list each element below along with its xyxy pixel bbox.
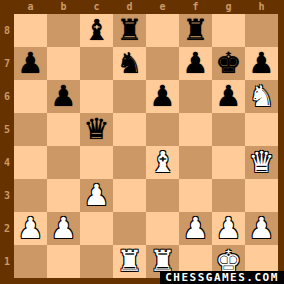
file-label-g: g <box>212 0 245 14</box>
square-h5[interactable] <box>245 113 278 146</box>
square-g2[interactable]: ♟ <box>212 212 245 245</box>
rank-label-2: 2 <box>0 212 14 245</box>
square-d5[interactable] <box>113 113 146 146</box>
square-h7[interactable]: ♟ <box>245 47 278 80</box>
square-f5[interactable] <box>179 113 212 146</box>
square-a4[interactable] <box>14 146 47 179</box>
file-label-c: c <box>80 0 113 14</box>
file-labels: abcdefgh <box>14 0 278 14</box>
black-rook-piece: ♜ <box>179 14 212 47</box>
chess-board: ♝♜♜♟♞♟♚♟♟♟♟♞♛♝♛♟♟♟♟♟♟♜♜♚ <box>14 14 278 278</box>
square-a8[interactable] <box>14 14 47 47</box>
square-c6[interactable] <box>80 80 113 113</box>
square-g6[interactable]: ♟ <box>212 80 245 113</box>
black-bishop-piece: ♝ <box>80 14 113 47</box>
square-d8[interactable]: ♜ <box>113 14 146 47</box>
file-label-a: a <box>14 0 47 14</box>
square-c4[interactable] <box>80 146 113 179</box>
square-d2[interactable] <box>113 212 146 245</box>
black-pawn-piece: ♟ <box>47 80 80 113</box>
black-pawn-piece: ♟ <box>14 47 47 80</box>
square-e6[interactable]: ♟ <box>146 80 179 113</box>
square-f4[interactable] <box>179 146 212 179</box>
square-b5[interactable] <box>47 113 80 146</box>
black-pawn-piece: ♟ <box>179 47 212 80</box>
square-h8[interactable] <box>245 14 278 47</box>
white-bishop-piece: ♝ <box>146 146 179 179</box>
black-pawn-piece: ♟ <box>146 80 179 113</box>
square-d4[interactable] <box>113 146 146 179</box>
square-b8[interactable] <box>47 14 80 47</box>
black-king-piece: ♚ <box>212 47 245 80</box>
square-b1[interactable] <box>47 245 80 278</box>
file-label-b: b <box>47 0 80 14</box>
square-g7[interactable]: ♚ <box>212 47 245 80</box>
rank-label-7: 7 <box>0 47 14 80</box>
square-b3[interactable] <box>47 179 80 212</box>
black-knight-piece: ♞ <box>113 47 146 80</box>
square-d7[interactable]: ♞ <box>113 47 146 80</box>
file-label-h: h <box>245 0 278 14</box>
square-a5[interactable] <box>14 113 47 146</box>
rank-labels: 87654321 <box>0 14 14 278</box>
square-d6[interactable] <box>113 80 146 113</box>
square-d1[interactable]: ♜ <box>113 245 146 278</box>
square-f8[interactable]: ♜ <box>179 14 212 47</box>
white-pawn-piece: ♟ <box>14 212 47 245</box>
square-f3[interactable] <box>179 179 212 212</box>
rank-label-3: 3 <box>0 179 14 212</box>
square-e8[interactable] <box>146 14 179 47</box>
white-queen-piece: ♛ <box>245 146 278 179</box>
white-rook-piece: ♜ <box>113 245 146 278</box>
square-c5[interactable]: ♛ <box>80 113 113 146</box>
square-c2[interactable] <box>80 212 113 245</box>
black-queen-piece: ♛ <box>80 113 113 146</box>
white-pawn-piece: ♟ <box>80 179 113 212</box>
white-pawn-piece: ♟ <box>212 212 245 245</box>
white-pawn-piece: ♟ <box>179 212 212 245</box>
rank-label-5: 5 <box>0 113 14 146</box>
square-a2[interactable]: ♟ <box>14 212 47 245</box>
file-label-d: d <box>113 0 146 14</box>
white-pawn-piece: ♟ <box>245 212 278 245</box>
square-a3[interactable] <box>14 179 47 212</box>
square-a6[interactable] <box>14 80 47 113</box>
square-e2[interactable] <box>146 212 179 245</box>
square-f6[interactable] <box>179 80 212 113</box>
square-b7[interactable] <box>47 47 80 80</box>
square-f2[interactable]: ♟ <box>179 212 212 245</box>
square-a1[interactable] <box>14 245 47 278</box>
square-h4[interactable]: ♛ <box>245 146 278 179</box>
rank-label-4: 4 <box>0 146 14 179</box>
square-g8[interactable] <box>212 14 245 47</box>
chessgames-brand-text: CHESSGAMES.COM <box>165 271 279 284</box>
black-pawn-piece: ♟ <box>212 80 245 113</box>
black-rook-piece: ♜ <box>113 14 146 47</box>
square-d3[interactable] <box>113 179 146 212</box>
square-c1[interactable] <box>80 245 113 278</box>
square-h6[interactable]: ♞ <box>245 80 278 113</box>
square-g3[interactable] <box>212 179 245 212</box>
rank-label-6: 6 <box>0 80 14 113</box>
square-f7[interactable]: ♟ <box>179 47 212 80</box>
square-e7[interactable] <box>146 47 179 80</box>
square-c7[interactable] <box>80 47 113 80</box>
square-e4[interactable]: ♝ <box>146 146 179 179</box>
file-label-f: f <box>179 0 212 14</box>
square-c3[interactable]: ♟ <box>80 179 113 212</box>
chess-diagram: abcdefgh 87654321 ♝♜♜♟♞♟♚♟♟♟♟♞♛♝♛♟♟♟♟♟♟♜… <box>0 0 284 284</box>
square-h3[interactable] <box>245 179 278 212</box>
square-b2[interactable]: ♟ <box>47 212 80 245</box>
rank-label-8: 8 <box>0 14 14 47</box>
file-label-e: e <box>146 0 179 14</box>
square-a7[interactable]: ♟ <box>14 47 47 80</box>
square-h2[interactable]: ♟ <box>245 212 278 245</box>
square-g4[interactable] <box>212 146 245 179</box>
black-pawn-piece: ♟ <box>245 47 278 80</box>
brand-strip: CHESSGAMES.COM <box>160 271 284 284</box>
square-b6[interactable]: ♟ <box>47 80 80 113</box>
square-e3[interactable] <box>146 179 179 212</box>
square-c8[interactable]: ♝ <box>80 14 113 47</box>
square-e5[interactable] <box>146 113 179 146</box>
white-pawn-piece: ♟ <box>47 212 80 245</box>
square-b4[interactable] <box>47 146 80 179</box>
square-g5[interactable] <box>212 113 245 146</box>
rank-label-1: 1 <box>0 245 14 278</box>
white-knight-piece: ♞ <box>245 80 278 113</box>
